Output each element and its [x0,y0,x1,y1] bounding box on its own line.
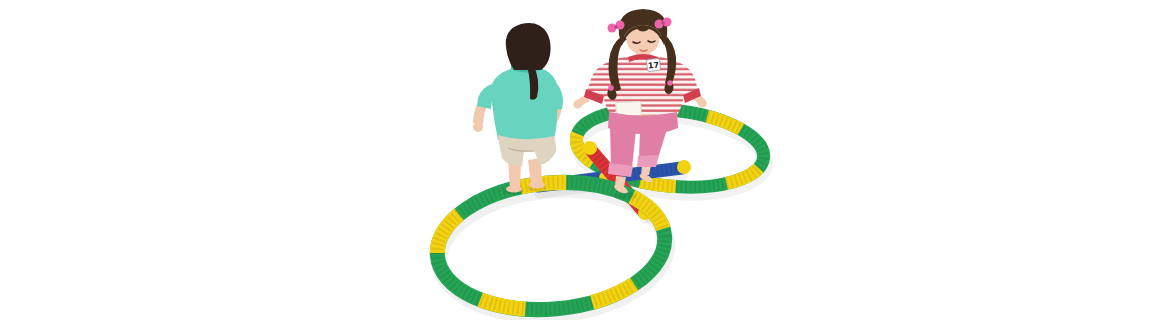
braid-band [608,85,614,91]
child-left-hand [473,122,483,132]
child-right-pant-cuff2 [637,155,659,167]
hair-bow-knot [614,25,618,29]
product-photo: 17 [0,0,1170,320]
child-left-shirt-torso [492,69,557,143]
child-right-pant-leg [610,126,636,168]
child-right-foot-shadow [613,193,637,200]
number-badge-text: 17 [648,60,660,70]
braid-band2 [667,80,673,86]
red-beam-start-connector [583,141,597,155]
child-left-foot2 [529,182,545,189]
child-left-head-hair [506,23,551,70]
number-badge: 17 [646,58,660,71]
blue-beam-end-connector [677,160,691,174]
hair-bow-knot2 [661,21,665,25]
balance-path-scene: 17 [0,0,1170,320]
child-left-foot [506,186,522,193]
